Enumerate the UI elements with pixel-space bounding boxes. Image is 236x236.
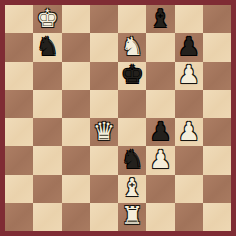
square-a6[interactable] xyxy=(5,62,33,90)
square-h8[interactable] xyxy=(203,5,231,33)
square-g6[interactable]: ♟ xyxy=(175,62,203,90)
white-knight-piece[interactable]: ♞ xyxy=(121,34,143,59)
square-f2[interactable] xyxy=(146,175,174,203)
white-rook-piece[interactable]: ♜ xyxy=(121,203,143,228)
black-bishop-piece[interactable]: ♝ xyxy=(149,6,171,31)
square-a1[interactable] xyxy=(5,203,33,231)
square-e4[interactable] xyxy=(118,118,146,146)
white-pawn-piece[interactable]: ♟ xyxy=(177,119,199,144)
square-e1[interactable]: ♜ xyxy=(118,203,146,231)
square-f3[interactable]: ♟ xyxy=(146,146,174,174)
square-b2[interactable] xyxy=(33,175,61,203)
square-f4[interactable]: ♟ xyxy=(146,118,174,146)
square-b7[interactable]: ♞ xyxy=(33,33,61,61)
square-d3[interactable] xyxy=(90,146,118,174)
square-h5[interactable] xyxy=(203,90,231,118)
square-d6[interactable] xyxy=(90,62,118,90)
square-c3[interactable] xyxy=(62,146,90,174)
square-d8[interactable] xyxy=(90,5,118,33)
square-h3[interactable] xyxy=(203,146,231,174)
black-knight-piece[interactable]: ♞ xyxy=(36,34,58,59)
square-c6[interactable] xyxy=(62,62,90,90)
square-b1[interactable] xyxy=(33,203,61,231)
square-b3[interactable] xyxy=(33,146,61,174)
square-a8[interactable] xyxy=(5,5,33,33)
square-a2[interactable] xyxy=(5,175,33,203)
black-pawn-piece[interactable]: ♟ xyxy=(177,34,199,59)
white-bishop-piece[interactable]: ♝ xyxy=(121,175,143,200)
square-e6[interactable]: ♚ xyxy=(118,62,146,90)
square-f5[interactable] xyxy=(146,90,174,118)
square-g1[interactable] xyxy=(175,203,203,231)
square-d5[interactable] xyxy=(90,90,118,118)
square-c4[interactable] xyxy=(62,118,90,146)
square-h4[interactable] xyxy=(203,118,231,146)
square-d7[interactable] xyxy=(90,33,118,61)
square-h6[interactable] xyxy=(203,62,231,90)
square-g4[interactable]: ♟ xyxy=(175,118,203,146)
square-g8[interactable] xyxy=(175,5,203,33)
square-a3[interactable] xyxy=(5,146,33,174)
black-king-piece[interactable]: ♚ xyxy=(121,62,143,87)
square-b6[interactable] xyxy=(33,62,61,90)
square-g5[interactable] xyxy=(175,90,203,118)
black-knight-piece[interactable]: ♞ xyxy=(121,147,143,172)
square-c7[interactable] xyxy=(62,33,90,61)
square-f7[interactable] xyxy=(146,33,174,61)
square-b4[interactable] xyxy=(33,118,61,146)
square-f1[interactable] xyxy=(146,203,174,231)
square-a4[interactable] xyxy=(5,118,33,146)
square-c8[interactable] xyxy=(62,5,90,33)
square-h2[interactable] xyxy=(203,175,231,203)
square-e7[interactable]: ♞ xyxy=(118,33,146,61)
square-d1[interactable] xyxy=(90,203,118,231)
square-f8[interactable]: ♝ xyxy=(146,5,174,33)
white-king-piece[interactable]: ♚ xyxy=(36,6,58,31)
black-pawn-piece[interactable]: ♟ xyxy=(149,119,171,144)
square-d4[interactable]: ♛ xyxy=(90,118,118,146)
square-g2[interactable] xyxy=(175,175,203,203)
square-c1[interactable] xyxy=(62,203,90,231)
square-e8[interactable] xyxy=(118,5,146,33)
square-b8[interactable]: ♚ xyxy=(33,5,61,33)
square-e3[interactable]: ♞ xyxy=(118,146,146,174)
white-pawn-piece[interactable]: ♟ xyxy=(177,62,199,87)
white-pawn-piece[interactable]: ♟ xyxy=(149,147,171,172)
square-a5[interactable] xyxy=(5,90,33,118)
square-c2[interactable] xyxy=(62,175,90,203)
square-g7[interactable]: ♟ xyxy=(175,33,203,61)
white-queen-piece[interactable]: ♛ xyxy=(93,119,115,144)
square-f6[interactable] xyxy=(146,62,174,90)
square-d2[interactable] xyxy=(90,175,118,203)
square-c5[interactable] xyxy=(62,90,90,118)
square-e5[interactable] xyxy=(118,90,146,118)
square-a7[interactable] xyxy=(5,33,33,61)
square-h1[interactable] xyxy=(203,203,231,231)
square-g3[interactable] xyxy=(175,146,203,174)
chess-board: ♚♝♞♞♟♚♟♛♟♟♞♟♝♜ xyxy=(0,0,236,236)
square-h7[interactable] xyxy=(203,33,231,61)
square-b5[interactable] xyxy=(33,90,61,118)
chess-board-window: ♚♝♞♞♟♚♟♛♟♟♞♟♝♜ xyxy=(0,0,236,236)
square-e2[interactable]: ♝ xyxy=(118,175,146,203)
